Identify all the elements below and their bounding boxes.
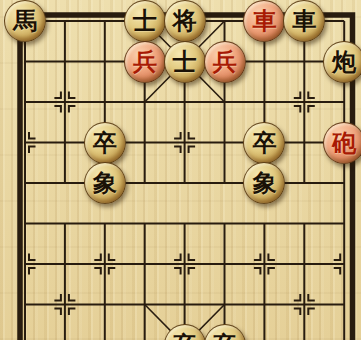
piece-character: 砲 (332, 131, 356, 155)
piece-character: 兵 (133, 50, 157, 74)
piece-black-soldier-g3[interactable]: 卒 (243, 122, 285, 164)
piece-character: 象 (93, 171, 117, 195)
piece-black-chariot-h0[interactable]: 車 (283, 0, 325, 42)
piece-black-soldier-c3[interactable]: 卒 (84, 122, 126, 164)
piece-black-general-e0[interactable]: 将 (164, 0, 206, 42)
piece-black-advisor-d0[interactable]: 士 (124, 0, 166, 42)
piece-character: 卒 (173, 333, 197, 340)
piece-black-horse-a0[interactable]: 馬 (4, 0, 46, 42)
piece-character: 兵 (213, 50, 237, 74)
piece-character: 将 (173, 9, 197, 33)
piece-black-advisor-e1[interactable]: 士 (164, 41, 206, 83)
piece-red-soldier-f1[interactable]: 兵 (204, 41, 246, 83)
piece-character: 卒 (252, 131, 276, 155)
piece-character: 馬 (13, 9, 37, 33)
piece-red-soldier-d1[interactable]: 兵 (124, 41, 166, 83)
piece-character: 卒 (93, 131, 117, 155)
piece-character: 象 (252, 171, 276, 195)
piece-character: 卒 (213, 333, 237, 340)
piece-black-elephant-g4[interactable]: 象 (243, 162, 285, 204)
piece-character: 車 (252, 9, 276, 33)
piece-character: 車 (292, 9, 316, 33)
piece-character: 炮 (332, 50, 356, 74)
piece-black-cannon-i1[interactable]: 炮 (323, 41, 361, 83)
piece-character: 士 (173, 50, 197, 74)
piece-red-cannon-i3[interactable]: 砲 (323, 122, 361, 164)
piece-character: 士 (133, 9, 157, 33)
xiangqi-board[interactable]: 馬士将車車兵士兵炮卒卒砲象象卒卒 (0, 0, 361, 340)
piece-black-elephant-c4[interactable]: 象 (84, 162, 126, 204)
piece-red-chariot-g0[interactable]: 車 (243, 0, 285, 42)
